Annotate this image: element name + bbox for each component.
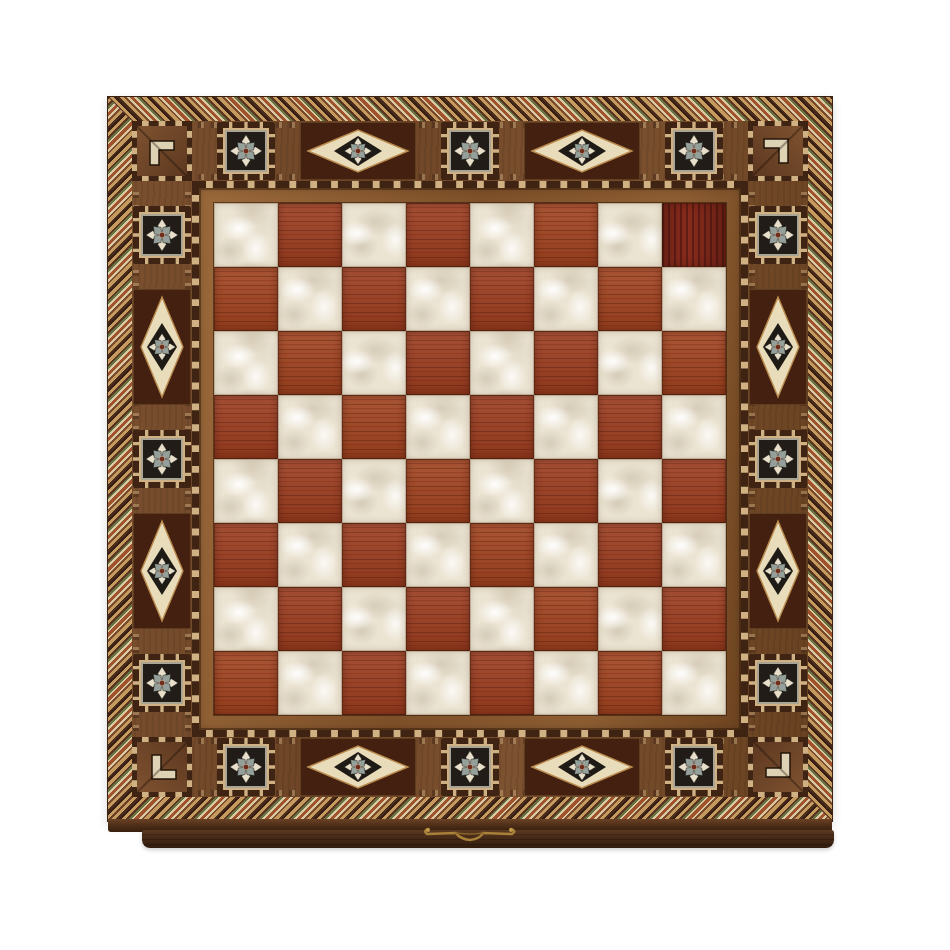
square-b2[interactable] (278, 587, 342, 651)
star-mosaic-tile (749, 654, 807, 712)
square-h1[interactable] (662, 651, 726, 715)
square-e8[interactable] (470, 203, 534, 267)
corner-bracket-tile-bottom-left (132, 737, 192, 797)
border-band-right (748, 181, 808, 737)
square-h5[interactable] (662, 395, 726, 459)
square-g4[interactable] (598, 459, 662, 523)
diamond-medallion (524, 122, 640, 180)
square-f6[interactable] (534, 331, 598, 395)
square-c5[interactable] (342, 395, 406, 459)
square-d6[interactable] (406, 331, 470, 395)
square-d8[interactable] (406, 203, 470, 267)
diamond-medallion (749, 289, 807, 405)
square-f2[interactable] (534, 587, 598, 651)
square-g8[interactable] (598, 203, 662, 267)
square-c6[interactable] (342, 331, 406, 395)
star-mosaic-tile (133, 430, 191, 488)
square-d4[interactable] (406, 459, 470, 523)
diamond-medallion (133, 513, 191, 629)
square-h4[interactable] (662, 459, 726, 523)
square-a1[interactable] (214, 651, 278, 715)
square-c8[interactable] (342, 203, 406, 267)
star-mosaic-tile (441, 738, 499, 796)
square-d7[interactable] (406, 267, 470, 331)
eight-point-star-icon (757, 662, 799, 704)
chessboard-box-top (108, 97, 832, 821)
star-mosaic-tile (441, 122, 499, 180)
herringbone-edge-right (808, 97, 832, 821)
corner-bracket-tile-top-left (132, 121, 192, 181)
eight-point-star-icon (141, 438, 183, 480)
square-e2[interactable] (470, 587, 534, 651)
corner-bracket-tile-top-right (748, 121, 808, 181)
square-g2[interactable] (598, 587, 662, 651)
square-d3[interactable] (406, 523, 470, 587)
corner-bracket-icon (753, 126, 803, 176)
star-mosaic-tile (665, 122, 723, 180)
corner-bracket-icon (753, 742, 803, 792)
star-mosaic-tile (217, 122, 275, 180)
square-g3[interactable] (598, 523, 662, 587)
diamond-medallion (749, 513, 807, 629)
corner-bracket-icon (137, 742, 187, 792)
square-e3[interactable] (470, 523, 534, 587)
square-g5[interactable] (598, 395, 662, 459)
eight-point-star-icon (141, 214, 183, 256)
eight-point-star-icon (449, 746, 491, 788)
square-f4[interactable] (534, 459, 598, 523)
square-c4[interactable] (342, 459, 406, 523)
square-a2[interactable] (214, 587, 278, 651)
border-band-top (192, 121, 748, 181)
board-field (214, 203, 726, 715)
square-a4[interactable] (214, 459, 278, 523)
square-f5[interactable] (534, 395, 598, 459)
star-mosaic-tile (749, 206, 807, 264)
square-b8[interactable] (278, 203, 342, 267)
eight-point-star-icon (449, 130, 491, 172)
square-h7[interactable] (662, 267, 726, 331)
square-g7[interactable] (598, 267, 662, 331)
square-f3[interactable] (534, 523, 598, 587)
inner-frame-plain-band (199, 188, 741, 730)
star-mosaic-tile (133, 654, 191, 712)
square-a5[interactable] (214, 395, 278, 459)
square-a3[interactable] (214, 523, 278, 587)
corner-bracket-icon (137, 126, 187, 176)
square-g6[interactable] (598, 331, 662, 395)
square-d2[interactable] (406, 587, 470, 651)
eight-point-star-icon (141, 662, 183, 704)
brass-latch-icon (420, 822, 520, 846)
square-c1[interactable] (342, 651, 406, 715)
diamond-medallion (133, 289, 191, 405)
square-a8[interactable] (214, 203, 278, 267)
square-h3[interactable] (662, 523, 726, 587)
star-mosaic-tile (665, 738, 723, 796)
square-b1[interactable] (278, 651, 342, 715)
square-c2[interactable] (342, 587, 406, 651)
square-c3[interactable] (342, 523, 406, 587)
eight-point-star-icon (757, 438, 799, 480)
square-f8[interactable] (534, 203, 598, 267)
square-c7[interactable] (342, 267, 406, 331)
square-e4[interactable] (470, 459, 534, 523)
square-a7[interactable] (214, 267, 278, 331)
border-band-left (132, 181, 192, 737)
square-f7[interactable] (534, 267, 598, 331)
herringbone-edge-left (108, 97, 132, 821)
square-b6[interactable] (278, 331, 342, 395)
square-b3[interactable] (278, 523, 342, 587)
square-e7[interactable] (470, 267, 534, 331)
herringbone-edge-bottom (108, 797, 832, 821)
star-mosaic-tile (133, 206, 191, 264)
square-h8[interactable] (662, 203, 726, 267)
eight-point-star-icon (225, 746, 267, 788)
square-e5[interactable] (470, 395, 534, 459)
diamond-medallion (300, 738, 416, 796)
star-mosaic-tile (217, 738, 275, 796)
square-d5[interactable] (406, 395, 470, 459)
herringbone-edge-top (108, 97, 832, 121)
square-b5[interactable] (278, 395, 342, 459)
square-f1[interactable] (534, 651, 598, 715)
star-mosaic-tile (749, 430, 807, 488)
square-h2[interactable] (662, 587, 726, 651)
square-b4[interactable] (278, 459, 342, 523)
square-d1[interactable] (406, 651, 470, 715)
eight-point-star-icon (757, 214, 799, 256)
eight-point-star-icon (225, 130, 267, 172)
square-a6[interactable] (214, 331, 278, 395)
border-band-bottom (192, 737, 748, 797)
square-g1[interactable] (598, 651, 662, 715)
diamond-medallion (524, 738, 640, 796)
square-e1[interactable] (470, 651, 534, 715)
product-photo-stage (0, 0, 950, 950)
square-b7[interactable] (278, 267, 342, 331)
corner-bracket-tile-bottom-right (748, 737, 808, 797)
inner-frame (192, 181, 748, 737)
square-e6[interactable] (470, 331, 534, 395)
diamond-medallion (300, 122, 416, 180)
eight-point-star-icon (673, 746, 715, 788)
square-h6[interactable] (662, 331, 726, 395)
eight-point-star-icon (673, 130, 715, 172)
